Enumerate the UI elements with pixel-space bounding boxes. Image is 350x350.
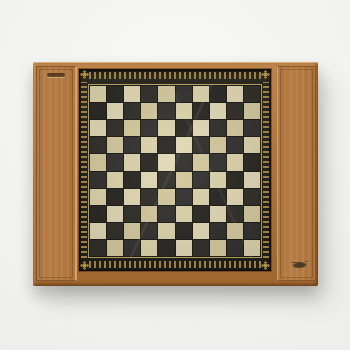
- board-square: [227, 103, 243, 119]
- board-square: [227, 120, 243, 136]
- board-frame: [79, 69, 271, 271]
- board-square: [124, 223, 140, 239]
- board-square: [176, 206, 192, 222]
- board-square: [141, 154, 157, 170]
- board-square: [244, 137, 260, 153]
- board-square: [141, 103, 157, 119]
- board-square: [227, 189, 243, 205]
- board-square: [141, 86, 157, 102]
- board-square: [90, 154, 106, 170]
- board-square: [193, 223, 209, 239]
- board-square: [124, 103, 140, 119]
- board-square: [210, 103, 226, 119]
- board-square: [107, 206, 123, 222]
- board-square: [90, 189, 106, 205]
- board-square: [210, 172, 226, 188]
- board-square: [176, 86, 192, 102]
- board-square: [210, 240, 226, 256]
- board-square: [244, 189, 260, 205]
- board-square: [158, 86, 174, 102]
- board-square: [107, 103, 123, 119]
- board-square: [193, 154, 209, 170]
- board-square: [210, 206, 226, 222]
- board-square: [158, 103, 174, 119]
- board-square: [107, 240, 123, 256]
- board-square: [90, 240, 106, 256]
- board-square: [244, 103, 260, 119]
- board-square: [227, 137, 243, 153]
- board-square: [124, 120, 140, 136]
- board-square: [176, 154, 192, 170]
- gold-frieze-top: [89, 72, 261, 79]
- board-square: [158, 240, 174, 256]
- board-square: [124, 206, 140, 222]
- board-square: [176, 223, 192, 239]
- board-square: [193, 172, 209, 188]
- board-square: [107, 154, 123, 170]
- board-square: [210, 223, 226, 239]
- board-square: [176, 189, 192, 205]
- corner-ornament-icon: [80, 70, 89, 79]
- gold-frieze-right: [263, 82, 269, 258]
- board-square: [141, 172, 157, 188]
- board-square: [124, 240, 140, 256]
- board-square: [193, 103, 209, 119]
- corner-ornament-icon: [261, 261, 270, 270]
- board-square: [158, 223, 174, 239]
- board-square: [90, 137, 106, 153]
- board-square: [176, 240, 192, 256]
- board-square: [176, 137, 192, 153]
- board-square: [90, 103, 106, 119]
- board-square: [244, 172, 260, 188]
- board-square: [193, 206, 209, 222]
- maker-stamp-icon: [291, 258, 309, 269]
- gold-frieze-left: [81, 82, 87, 258]
- board-square: [227, 206, 243, 222]
- board-square: [244, 223, 260, 239]
- board-square: [193, 189, 209, 205]
- board-square: [193, 137, 209, 153]
- board-square: [158, 206, 174, 222]
- board-square: [141, 206, 157, 222]
- board-square: [176, 120, 192, 136]
- board-square: [90, 120, 106, 136]
- board-square: [141, 223, 157, 239]
- board-square: [141, 189, 157, 205]
- board-square: [193, 86, 209, 102]
- board-square: [90, 86, 106, 102]
- product-photo: [0, 0, 350, 350]
- board-square: [141, 137, 157, 153]
- board-square: [124, 137, 140, 153]
- board-square: [90, 206, 106, 222]
- board-square: [124, 86, 140, 102]
- board-square: [210, 137, 226, 153]
- board-square: [90, 172, 106, 188]
- board-square: [210, 86, 226, 102]
- board-square: [244, 86, 260, 102]
- board-square: [244, 240, 260, 256]
- board-square: [107, 189, 123, 205]
- game-box: [33, 62, 318, 286]
- board-square: [158, 120, 174, 136]
- draughts-board: [88, 84, 262, 258]
- board-square: [244, 154, 260, 170]
- board-square: [107, 223, 123, 239]
- board-square: [141, 120, 157, 136]
- board-square: [210, 120, 226, 136]
- board-square: [210, 189, 226, 205]
- board-square: [210, 154, 226, 170]
- board-square: [158, 189, 174, 205]
- board-square: [107, 172, 123, 188]
- board-square: [193, 240, 209, 256]
- gold-frieze-bottom: [89, 261, 261, 268]
- finger-slot-icon: [47, 73, 65, 77]
- board-square: [227, 240, 243, 256]
- board-square: [141, 240, 157, 256]
- board-square: [90, 223, 106, 239]
- board-square: [107, 120, 123, 136]
- board-square: [227, 154, 243, 170]
- board-square: [158, 172, 174, 188]
- board-square: [107, 86, 123, 102]
- board-square: [176, 103, 192, 119]
- board-square: [176, 172, 192, 188]
- left-lid: [36, 66, 77, 281]
- board-square: [193, 120, 209, 136]
- board-square: [227, 172, 243, 188]
- board-square: [124, 154, 140, 170]
- board-square: [227, 86, 243, 102]
- board-square: [107, 137, 123, 153]
- board-square: [124, 172, 140, 188]
- right-lid: [277, 66, 316, 281]
- corner-ornament-icon: [261, 70, 270, 79]
- board-square: [158, 137, 174, 153]
- board-square: [244, 206, 260, 222]
- corner-ornament-icon: [80, 261, 89, 270]
- board-square: [244, 120, 260, 136]
- board-square: [124, 189, 140, 205]
- board-square: [227, 223, 243, 239]
- board-square: [158, 154, 174, 170]
